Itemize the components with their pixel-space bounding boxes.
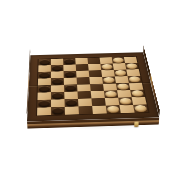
dark-square-r2c8 bbox=[125, 63, 139, 70]
light-checker-piece bbox=[129, 76, 140, 82]
dark-square-r8c8 bbox=[133, 104, 148, 112]
dark-square-r2c4 bbox=[76, 64, 89, 71]
light-square-r6c1 bbox=[37, 92, 51, 100]
light-square-r3c6 bbox=[101, 70, 115, 77]
dark-checker-piece bbox=[39, 100, 50, 106]
light-square-r7c4 bbox=[78, 98, 92, 106]
light-square-r8c1 bbox=[37, 107, 51, 115]
dark-checker-piece bbox=[65, 85, 76, 91]
dark-checker-piece bbox=[52, 78, 62, 84]
dark-checker-piece bbox=[66, 99, 77, 105]
dark-square-r5c1 bbox=[38, 85, 51, 92]
light-square-r7c6 bbox=[105, 97, 120, 105]
dark-square-r2c6 bbox=[100, 63, 113, 70]
light-square-r6c7 bbox=[117, 90, 132, 98]
light-square-r2c5 bbox=[88, 64, 101, 71]
light-checker-piece bbox=[103, 77, 114, 83]
light-square-r6c3 bbox=[64, 91, 78, 99]
checkers-board bbox=[27, 52, 159, 121]
light-checker-piece bbox=[126, 63, 137, 68]
product-photo-canvas bbox=[0, 0, 180, 180]
light-square-r3c2 bbox=[51, 71, 64, 78]
light-square-r6c5 bbox=[91, 90, 105, 98]
light-checker-piece bbox=[115, 70, 126, 76]
board-grid bbox=[37, 56, 148, 115]
light-checker-piece bbox=[102, 64, 113, 69]
dark-checker-piece bbox=[65, 71, 75, 77]
dark-square-r3c3 bbox=[64, 71, 77, 78]
dark-checker-piece bbox=[64, 59, 74, 64]
light-square-r8c7 bbox=[119, 104, 134, 112]
dark-checker-piece bbox=[52, 65, 62, 70]
light-checker-piece bbox=[107, 106, 119, 113]
light-square-r2c3 bbox=[63, 64, 76, 71]
brass-clasp-icon bbox=[134, 122, 139, 127]
dark-square-r7c7 bbox=[118, 97, 133, 105]
dark-square-r6c2 bbox=[51, 92, 65, 100]
dark-square-r7c3 bbox=[64, 98, 78, 106]
dark-square-r3c1 bbox=[38, 71, 51, 78]
dark-square-r5c5 bbox=[90, 83, 104, 90]
light-square-r3c8 bbox=[126, 69, 140, 76]
dark-square-r6c4 bbox=[77, 91, 91, 99]
light-square-r7c8 bbox=[132, 97, 147, 105]
board-frame bbox=[27, 52, 159, 121]
dark-square-r8c4 bbox=[78, 106, 92, 114]
light-square-r4c1 bbox=[38, 78, 51, 85]
light-checker-piece bbox=[135, 105, 147, 112]
dark-square-r2c2 bbox=[51, 64, 64, 71]
light-square-r7c2 bbox=[51, 99, 65, 107]
light-square-r5c8 bbox=[129, 82, 143, 89]
dark-checker-piece bbox=[39, 86, 50, 92]
light-square-r8c3 bbox=[65, 106, 79, 114]
dark-square-r7c5 bbox=[91, 98, 105, 106]
dark-checker-piece bbox=[39, 72, 49, 78]
dark-checker-piece bbox=[52, 92, 63, 98]
dark-checker-piece bbox=[40, 59, 50, 64]
dark-square-r7c1 bbox=[37, 99, 51, 107]
scene bbox=[0, 0, 180, 180]
light-checker-piece bbox=[132, 90, 144, 96]
light-checker-piece bbox=[105, 91, 116, 97]
dark-square-r6c8 bbox=[130, 89, 145, 97]
dark-square-r6c6 bbox=[104, 90, 118, 98]
light-square-r5c6 bbox=[103, 83, 117, 90]
dark-square-r8c2 bbox=[51, 106, 65, 114]
light-checker-piece bbox=[117, 83, 128, 89]
brass-pin-icon bbox=[151, 76, 152, 82]
light-square-r5c2 bbox=[51, 84, 64, 91]
dark-square-r8c6 bbox=[106, 105, 121, 113]
light-square-r8c5 bbox=[92, 105, 107, 113]
dark-square-r5c3 bbox=[64, 84, 77, 91]
light-checker-piece bbox=[113, 57, 124, 62]
dark-checker-piece bbox=[52, 107, 63, 114]
light-square-r2c1 bbox=[38, 65, 51, 72]
light-square-r5c4 bbox=[77, 84, 91, 91]
light-checker-piece bbox=[120, 98, 132, 104]
dark-square-r3c5 bbox=[89, 70, 102, 77]
light-square-r3c4 bbox=[76, 70, 89, 77]
